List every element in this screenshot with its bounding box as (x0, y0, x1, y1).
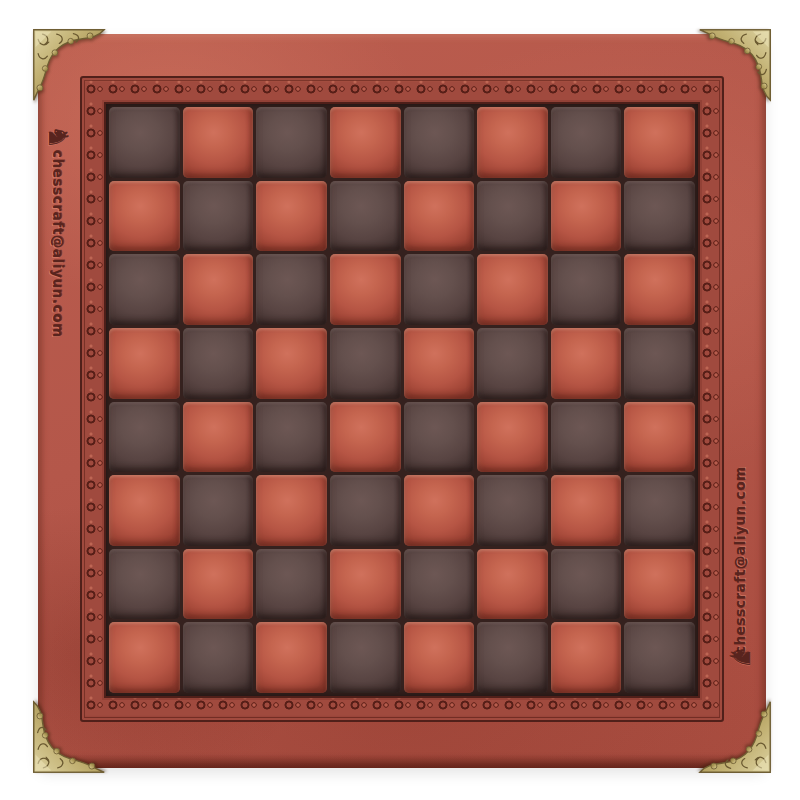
board-square-e5 (404, 328, 475, 399)
board-square-d5 (330, 328, 401, 399)
board-square-b4 (183, 402, 254, 473)
board-square-a6 (109, 254, 180, 325)
board-square-d8 (330, 107, 401, 178)
board-square-g5 (551, 328, 622, 399)
board-square-c2 (256, 549, 327, 620)
board-square-e4 (404, 402, 475, 473)
board-square-c3 (256, 475, 327, 546)
board-grid (104, 102, 700, 698)
board-square-a3 (109, 475, 180, 546)
board-square-f3 (477, 475, 548, 546)
board-square-e8 (404, 107, 475, 178)
board-square-b8 (183, 107, 254, 178)
board-square-b6 (183, 254, 254, 325)
board-square-d4 (330, 402, 401, 473)
board-square-a1 (109, 622, 180, 693)
board-square-f6 (477, 254, 548, 325)
board-square-f4 (477, 402, 548, 473)
board-square-f8 (477, 107, 548, 178)
board-square-f7 (477, 181, 548, 252)
board-square-a5 (109, 328, 180, 399)
board-square-d6 (330, 254, 401, 325)
right-edge-brand-text: chesscraft@aliyun.com (732, 466, 748, 654)
board-square-c1 (256, 622, 327, 693)
board-square-c4 (256, 402, 327, 473)
board-square-f5 (477, 328, 548, 399)
board-square-h4 (624, 402, 695, 473)
knight-logo-icon: ♞ (727, 645, 754, 669)
knight-logo-icon: ♞ (45, 125, 72, 149)
board-square-h1 (624, 622, 695, 693)
board-square-b1 (183, 622, 254, 693)
board-square-h6 (624, 254, 695, 325)
board-square-c8 (256, 107, 327, 178)
board-square-g6 (551, 254, 622, 325)
board-square-a8 (109, 107, 180, 178)
board-square-g1 (551, 622, 622, 693)
board-square-d7 (330, 181, 401, 252)
board-square-e7 (404, 181, 475, 252)
board-square-e6 (404, 254, 475, 325)
board-square-a4 (109, 402, 180, 473)
board-square-g3 (551, 475, 622, 546)
board-square-c5 (256, 328, 327, 399)
board-square-f1 (477, 622, 548, 693)
board-square-h2 (624, 549, 695, 620)
board-bottom-bevel (38, 754, 766, 768)
board-square-a2 (109, 549, 180, 620)
board-square-g7 (551, 181, 622, 252)
board-square-h8 (624, 107, 695, 178)
board-square-d3 (330, 475, 401, 546)
chessboard: ♞ chesscraft@aliyun.com chesscraft@aliyu… (38, 34, 766, 768)
board-square-c6 (256, 254, 327, 325)
board-square-e2 (404, 549, 475, 620)
board-square-b5 (183, 328, 254, 399)
board-square-c7 (256, 181, 327, 252)
board-square-e1 (404, 622, 475, 693)
board-square-d2 (330, 549, 401, 620)
board-square-h5 (624, 328, 695, 399)
board-square-d1 (330, 622, 401, 693)
board-square-g2 (551, 549, 622, 620)
board-square-b3 (183, 475, 254, 546)
board-square-g4 (551, 402, 622, 473)
board-square-b7 (183, 181, 254, 252)
board-square-h3 (624, 475, 695, 546)
board-square-f2 (477, 549, 548, 620)
board-square-g8 (551, 107, 622, 178)
board-square-h7 (624, 181, 695, 252)
board-square-a7 (109, 181, 180, 252)
board-square-b2 (183, 549, 254, 620)
board-square-e3 (404, 475, 475, 546)
left-edge-brand-text: chesscraft@aliyun.com (50, 150, 66, 338)
